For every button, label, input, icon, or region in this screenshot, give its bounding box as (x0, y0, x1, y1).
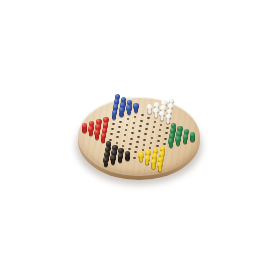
board-hole[interactable] (164, 138, 167, 140)
peg-blue[interactable] (119, 107, 125, 117)
peg-blue[interactable] (126, 105, 132, 115)
board-hole[interactable] (158, 135, 161, 137)
peg-red[interactable] (94, 130, 100, 140)
product-photo (0, 0, 280, 280)
board-hole[interactable] (112, 123, 115, 125)
board-hole[interactable] (139, 125, 142, 127)
peg-black[interactable] (124, 151, 130, 161)
board-hole[interactable] (166, 127, 169, 129)
peg-black[interactable] (110, 155, 116, 165)
peg-blue[interactable] (111, 110, 117, 120)
board-hole[interactable] (128, 148, 131, 150)
peg-green[interactable] (175, 136, 181, 146)
board-hole[interactable] (130, 138, 133, 140)
peg-yellow[interactable] (157, 162, 163, 172)
board-hole[interactable] (153, 126, 156, 128)
board-hole[interactable] (129, 143, 132, 145)
peg-blue[interactable] (133, 103, 139, 113)
peg-white[interactable] (153, 108, 159, 118)
board-hole[interactable] (143, 139, 146, 141)
peg-green[interactable] (168, 138, 174, 148)
peg-white[interactable] (159, 111, 165, 121)
board-hole[interactable] (137, 136, 140, 138)
peg-yellow[interactable] (144, 155, 150, 165)
peg-yellow[interactable] (150, 159, 156, 169)
board-hole[interactable] (133, 157, 136, 159)
peg-red[interactable] (88, 126, 94, 136)
peg-black[interactable] (103, 157, 109, 167)
peg-red[interactable] (82, 123, 88, 133)
peg-black[interactable] (117, 153, 123, 163)
peg-white[interactable] (147, 104, 153, 114)
board-hole[interactable] (146, 123, 149, 125)
peg-green[interactable] (189, 132, 195, 142)
peg-green[interactable] (182, 134, 188, 144)
peg-yellow[interactable] (138, 152, 144, 162)
board-hole[interactable] (119, 121, 122, 123)
board-hole[interactable] (136, 141, 139, 143)
board-hole[interactable] (135, 146, 138, 148)
board-hole[interactable] (111, 128, 114, 130)
board-hole[interactable] (116, 142, 119, 144)
board-hole[interactable] (156, 145, 159, 147)
board-hole[interactable] (154, 121, 157, 123)
board-hole[interactable] (163, 143, 166, 145)
board-hole[interactable] (118, 126, 121, 128)
board-hole[interactable] (140, 120, 143, 122)
board-hole[interactable] (157, 140, 160, 142)
board-hole[interactable] (109, 139, 112, 141)
board-hole[interactable] (143, 144, 146, 146)
